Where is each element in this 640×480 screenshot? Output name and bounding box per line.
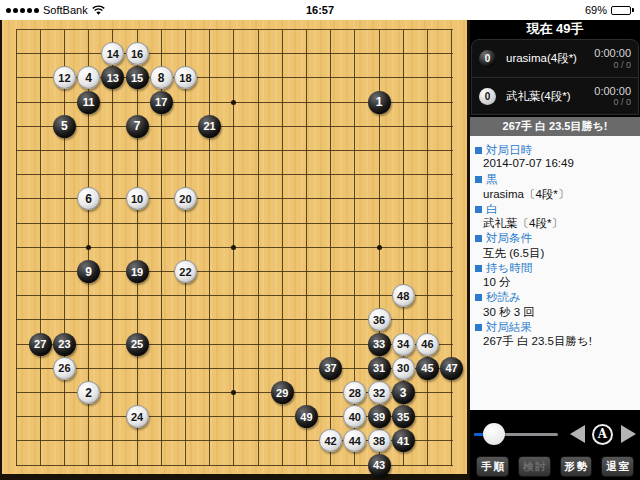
grid-line-horizontal: [16, 53, 453, 54]
stone-black-move-37: 37: [319, 357, 342, 380]
battery-percent-label: 69%: [585, 4, 607, 16]
status-bar: SoftBank 16:57 69%: [0, 0, 640, 20]
stone-white-move-20: 20: [174, 187, 197, 210]
stone-white-move-18: 18: [174, 66, 197, 89]
stone-white-move-42: 42: [319, 429, 342, 452]
star-point: [231, 245, 236, 250]
bullet-square-icon: [475, 147, 482, 154]
wifi-icon: [92, 5, 105, 16]
stone-black-move-49: 49: [295, 405, 318, 428]
stone-black-move-41: 41: [392, 429, 415, 452]
info-value: 30 秒 3 回: [470, 305, 640, 320]
grid-line-vertical: [16, 30, 17, 467]
action-button-退室[interactable]: 退室: [601, 456, 634, 477]
stone-black-move-27: 27: [29, 333, 52, 356]
move-slider[interactable]: [474, 422, 558, 446]
info-label: 対局結果: [470, 320, 640, 334]
info-label: 秒読み: [470, 291, 640, 305]
grid-line-horizontal: [16, 29, 453, 30]
bullet-square-icon: [475, 235, 482, 242]
playback-controls: A 手順検討形勢退室: [470, 410, 640, 480]
stone-white-move-6: 6: [77, 187, 100, 210]
stone-black-move-3: 3: [392, 381, 415, 404]
player-name: 武礼葉(4段*): [506, 89, 594, 104]
stone-black-move-19: 19: [126, 260, 149, 283]
star-point: [86, 245, 91, 250]
byoyomi-periods: 0 / 0: [594, 60, 631, 70]
bullet-square-icon: [475, 324, 482, 331]
player-name: urasima(4段*): [506, 51, 594, 66]
grid-line-horizontal: [16, 150, 453, 151]
stone-black-move-35: 35: [392, 405, 415, 428]
grid-line-vertical: [112, 30, 113, 467]
signal-strength-icon: [6, 8, 39, 13]
info-item: 対局結果267手 白 23.5目勝ち!: [470, 320, 640, 349]
stone-black-move-21: 21: [198, 115, 221, 138]
info-value: 2014-07-07 16:49: [470, 157, 640, 172]
stone-white-move-34: 34: [392, 333, 415, 356]
info-item: 対局日時2014-07-07 16:49: [470, 143, 640, 172]
info-label: 白: [470, 202, 640, 216]
stone-black-move-47: 47: [440, 357, 463, 380]
info-value: 267手 白 23.5目勝ち!: [470, 334, 640, 349]
grid-line-vertical: [427, 30, 428, 467]
stone-black-move-43: 43: [368, 454, 391, 477]
stone-black-move-45: 45: [416, 357, 439, 380]
grid-line-vertical: [64, 30, 65, 467]
info-item: 持ち時間10 分: [470, 261, 640, 290]
player-row-white[interactable]: 0武礼葉(4段*)0:00:000 / 0: [472, 77, 638, 114]
star-point: [377, 245, 382, 250]
info-label: 対局条件: [470, 232, 640, 246]
stone-black-move-13: 13: [101, 66, 124, 89]
info-item: 白武礼葉〔4段*〕: [470, 202, 640, 231]
bullet-square-icon: [475, 294, 482, 301]
action-button-形勢[interactable]: 形勢: [560, 456, 593, 477]
info-value: 10 分: [470, 275, 640, 290]
grid-line-horizontal: [16, 295, 453, 296]
info-value: 互先 (6.5目): [470, 246, 640, 261]
stone-white-move-40: 40: [343, 405, 366, 428]
previous-move-button[interactable]: [570, 425, 585, 443]
grid-line-vertical: [185, 30, 186, 467]
info-value: urasima〔4段*〕: [470, 187, 640, 202]
info-label: 黒: [470, 173, 640, 187]
stone-white-move-10: 10: [126, 187, 149, 210]
stone-white-move-30: 30: [392, 357, 415, 380]
autoplay-button[interactable]: A: [592, 424, 613, 445]
player-clock: 0:00:00: [594, 85, 631, 98]
stone-white-move-28: 28: [343, 381, 366, 404]
stone-white-move-36: 36: [368, 308, 391, 331]
stone-white-move-22: 22: [174, 260, 197, 283]
stone-white-move-48: 48: [392, 284, 415, 307]
grid-line-horizontal: [16, 223, 453, 224]
stone-white-move-26: 26: [53, 357, 76, 380]
info-value: 武礼葉〔4段*〕: [470, 216, 640, 231]
action-button-検討[interactable]: 検討: [518, 456, 551, 477]
stone-white-move-12: 12: [53, 66, 76, 89]
player-clock: 0:00:00: [594, 47, 631, 60]
grid-line-vertical: [330, 30, 331, 467]
stone-black-move-1: 1: [368, 91, 391, 114]
stone-black-move-15: 15: [126, 66, 149, 89]
stone-black-move-31: 31: [368, 357, 391, 380]
slider-knob[interactable]: [483, 423, 505, 445]
go-board[interactable]: 1234567891011121314151617181920212223242…: [0, 20, 470, 480]
sidebar: 現在 49手 0urasima(4段*)0:00:000 / 00武礼葉(4段*…: [470, 20, 640, 480]
player-row-black[interactable]: 0urasima(4段*)0:00:000 / 0: [472, 40, 638, 77]
stone-white-move-16: 16: [126, 42, 149, 65]
stone-black-move-11: 11: [77, 91, 100, 114]
info-label: 持ち時間: [470, 261, 640, 275]
grid-line-vertical: [451, 30, 452, 467]
info-label: 対局日時: [470, 143, 640, 157]
action-button-手順[interactable]: 手順: [476, 456, 509, 477]
stone-black-move-9: 9: [77, 260, 100, 283]
stone-white-move-44: 44: [343, 429, 366, 452]
stone-white-move-46: 46: [416, 333, 439, 356]
grid-line-vertical: [137, 30, 138, 467]
bullet-square-icon: [475, 176, 482, 183]
stone-white-move-8: 8: [150, 66, 173, 89]
grid-line-vertical: [306, 30, 307, 467]
stone-white-move-32: 32: [368, 381, 391, 404]
capture-count-badge: 0: [479, 88, 496, 105]
stone-black-move-33: 33: [368, 333, 391, 356]
player-panel: 0urasima(4段*)0:00:000 / 00武礼葉(4段*)0:00:0…: [471, 39, 639, 115]
info-item: 対局条件互先 (6.5目): [470, 232, 640, 261]
carrier-label: SoftBank: [43, 4, 88, 16]
stone-black-move-5: 5: [53, 115, 76, 138]
byoyomi-periods: 0 / 0: [594, 97, 631, 107]
bullet-square-icon: [475, 265, 482, 272]
stone-white-move-24: 24: [126, 405, 149, 428]
stone-black-move-17: 17: [150, 91, 173, 114]
current-move-title: 現在 49手: [470, 20, 640, 38]
stone-black-move-7: 7: [126, 115, 149, 138]
info-item: 黒urasima〔4段*〕: [470, 173, 640, 202]
app-screen: SoftBank 16:57 69% 123456789101112131415…: [0, 0, 640, 480]
grid-line-vertical: [40, 30, 41, 467]
star-point: [231, 100, 236, 105]
battery-icon: [611, 6, 634, 15]
grid-line-vertical: [258, 30, 259, 467]
stone-black-move-39: 39: [368, 405, 391, 428]
grid-line-vertical: [209, 30, 210, 467]
bullet-square-icon: [475, 206, 482, 213]
info-item: 秒読み30 秒 3 回: [470, 291, 640, 320]
grid-line-horizontal: [16, 174, 453, 175]
stone-white-move-4: 4: [77, 66, 100, 89]
result-banner: 267手 白 23.5目勝ち!: [470, 117, 640, 136]
next-move-button[interactable]: [621, 425, 636, 443]
grid-line-horizontal: [16, 126, 453, 127]
game-info-panel: 対局日時2014-07-07 16:49黒urasima〔4段*〕白武礼葉〔4段…: [470, 136, 640, 410]
stone-white-move-14: 14: [101, 42, 124, 65]
stone-black-move-23: 23: [53, 333, 76, 356]
capture-count-badge: 0: [479, 50, 496, 67]
stone-black-move-25: 25: [126, 333, 149, 356]
stone-black-move-29: 29: [271, 381, 294, 404]
star-point: [231, 390, 236, 395]
stone-white-move-38: 38: [368, 429, 391, 452]
stone-white-move-2: 2: [77, 381, 100, 404]
